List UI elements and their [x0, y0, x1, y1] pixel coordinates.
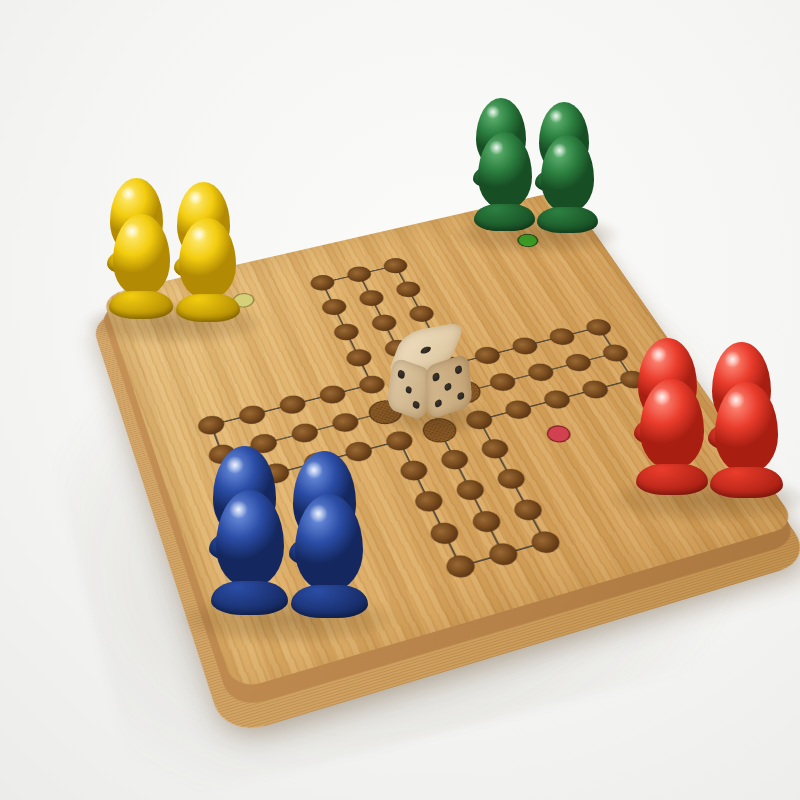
- red-pawn-base: [636, 464, 708, 495]
- yellow-pawn-base: [109, 291, 174, 319]
- green-pawn[interactable]: [474, 132, 535, 230]
- yellow-pawn[interactable]: [176, 218, 241, 322]
- die-pip: [433, 373, 441, 383]
- photo-scene: [0, 0, 800, 800]
- yellow-pawn-base: [176, 294, 241, 322]
- blue-pawn[interactable]: [291, 494, 368, 619]
- pieces-layer: [0, 0, 800, 800]
- blue-pawn-body: [295, 494, 363, 591]
- red-pawn[interactable]: [710, 382, 782, 498]
- die-pip: [419, 346, 431, 354]
- red-pawn-body: [715, 382, 779, 473]
- red-pawn-base: [710, 467, 782, 498]
- yellow-pawn-body: [113, 214, 170, 295]
- wooden-die[interactable]: [389, 329, 475, 415]
- green-pawn-base: [474, 204, 535, 231]
- die-pip: [405, 385, 412, 394]
- red-pawn[interactable]: [636, 379, 708, 495]
- blue-pawn-body: [216, 490, 284, 587]
- die-pip: [455, 365, 463, 375]
- die-pip: [398, 370, 405, 379]
- die-pip: [457, 392, 465, 402]
- die-pip: [435, 399, 443, 409]
- yellow-pawn[interactable]: [109, 214, 174, 318]
- red-pawn-body: [640, 379, 704, 470]
- die-pip: [445, 382, 453, 392]
- blue-pawn-base: [291, 585, 368, 619]
- die-pip: [413, 401, 420, 410]
- yellow-pawn-body: [179, 218, 236, 299]
- green-pawn[interactable]: [537, 135, 598, 233]
- blue-pawn-base: [211, 581, 288, 615]
- green-pawn-base: [537, 207, 598, 234]
- green-pawn-body: [478, 132, 532, 209]
- green-pawn-body: [541, 135, 595, 212]
- blue-pawn[interactable]: [211, 490, 288, 615]
